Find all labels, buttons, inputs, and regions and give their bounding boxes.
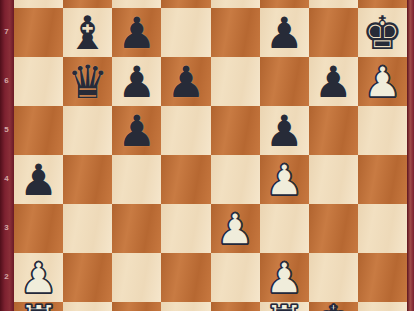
board-frame-left: 765432	[0, 0, 14, 311]
square-e7[interactable]	[211, 8, 260, 57]
square-d1[interactable]	[161, 302, 210, 311]
square-c6[interactable]: ♟	[112, 57, 161, 106]
square-b5[interactable]	[63, 106, 112, 155]
black-pawn[interactable]: ♟	[118, 58, 157, 106]
square-g6[interactable]: ♟	[309, 57, 358, 106]
square-b6[interactable]: ♛	[63, 57, 112, 106]
board-frame-right	[407, 0, 414, 311]
chess-board: ♝♟♟♚♛♟♟♟♟♟♟♟♟♟♟♟♜♜♚	[14, 0, 407, 311]
square-c8[interactable]	[112, 0, 161, 8]
rank-label-4: 4	[0, 174, 13, 184]
square-d2[interactable]	[161, 253, 210, 302]
square-f7[interactable]: ♟	[260, 8, 309, 57]
black-pawn[interactable]: ♟	[265, 107, 304, 155]
square-d4[interactable]	[161, 155, 210, 204]
square-a1[interactable]: ♜	[14, 302, 63, 311]
white-rook[interactable]: ♜	[260, 302, 309, 311]
white-pawn[interactable]: ♟	[19, 254, 58, 302]
rank-label-7: 7	[0, 27, 13, 37]
square-d8[interactable]	[161, 0, 210, 8]
square-f8[interactable]	[260, 0, 309, 8]
black-pawn[interactable]: ♟	[19, 156, 58, 204]
square-a2[interactable]: ♟	[14, 253, 63, 302]
square-a4[interactable]: ♟	[14, 155, 63, 204]
square-e8[interactable]	[211, 0, 260, 8]
square-c1[interactable]	[112, 302, 161, 311]
square-c7[interactable]: ♟	[112, 8, 161, 57]
square-b8[interactable]	[63, 0, 112, 8]
square-f4[interactable]: ♟	[260, 155, 309, 204]
white-pawn[interactable]: ♟	[363, 58, 402, 106]
square-f1[interactable]: ♜	[260, 302, 309, 311]
black-pawn[interactable]: ♟	[118, 9, 157, 57]
black-king[interactable]: ♚	[362, 9, 403, 57]
square-c5[interactable]: ♟	[112, 106, 161, 155]
rank-label-5: 5	[0, 125, 13, 135]
white-king[interactable]: ♚	[309, 302, 358, 311]
square-h5[interactable]	[358, 106, 407, 155]
white-rook[interactable]: ♜	[14, 302, 63, 311]
square-e5[interactable]	[211, 106, 260, 155]
square-b3[interactable]	[63, 204, 112, 253]
square-h4[interactable]	[358, 155, 407, 204]
square-a3[interactable]	[14, 204, 63, 253]
black-bishop[interactable]: ♝	[67, 9, 108, 57]
square-g1[interactable]: ♚	[309, 302, 358, 311]
chess-diagram: ♝♟♟♚♛♟♟♟♟♟♟♟♟♟♟♟♜♜♚ 765432	[0, 0, 414, 311]
square-f5[interactable]: ♟	[260, 106, 309, 155]
square-c3[interactable]	[112, 204, 161, 253]
square-h3[interactable]	[358, 204, 407, 253]
square-a7[interactable]	[14, 8, 63, 57]
square-d3[interactable]	[161, 204, 210, 253]
square-f2[interactable]: ♟	[260, 253, 309, 302]
rank-label-3: 3	[0, 223, 13, 233]
square-h7[interactable]: ♚	[358, 8, 407, 57]
square-b4[interactable]	[63, 155, 112, 204]
black-queen[interactable]: ♛	[67, 58, 108, 106]
square-a5[interactable]	[14, 106, 63, 155]
square-b7[interactable]: ♝	[63, 8, 112, 57]
square-e1[interactable]	[211, 302, 260, 311]
square-g5[interactable]	[309, 106, 358, 155]
square-f3[interactable]	[260, 204, 309, 253]
square-g7[interactable]	[309, 8, 358, 57]
square-f6[interactable]	[260, 57, 309, 106]
rank-label-6: 6	[0, 76, 13, 86]
black-pawn[interactable]: ♟	[265, 9, 304, 57]
rank-label-2: 2	[0, 272, 13, 282]
square-g4[interactable]	[309, 155, 358, 204]
square-g2[interactable]	[309, 253, 358, 302]
square-g8[interactable]	[309, 0, 358, 8]
black-pawn[interactable]: ♟	[314, 58, 353, 106]
white-pawn[interactable]: ♟	[265, 156, 304, 204]
square-g3[interactable]	[309, 204, 358, 253]
black-pawn[interactable]: ♟	[118, 107, 157, 155]
black-pawn[interactable]: ♟	[167, 58, 206, 106]
square-d5[interactable]	[161, 106, 210, 155]
white-pawn[interactable]: ♟	[265, 254, 304, 302]
square-a8[interactable]	[14, 0, 63, 8]
square-c4[interactable]	[112, 155, 161, 204]
square-e2[interactable]	[211, 253, 260, 302]
square-a6[interactable]	[14, 57, 63, 106]
square-d7[interactable]	[161, 8, 210, 57]
square-b1[interactable]	[63, 302, 112, 311]
square-h8[interactable]	[358, 0, 407, 8]
square-e4[interactable]	[211, 155, 260, 204]
square-c2[interactable]	[112, 253, 161, 302]
square-b2[interactable]	[63, 253, 112, 302]
square-e6[interactable]	[211, 57, 260, 106]
square-e3[interactable]: ♟	[211, 204, 260, 253]
square-h1[interactable]	[358, 302, 407, 311]
square-h6[interactable]: ♟	[358, 57, 407, 106]
square-d6[interactable]: ♟	[161, 57, 210, 106]
square-h2[interactable]	[358, 253, 407, 302]
white-pawn[interactable]: ♟	[216, 205, 255, 253]
